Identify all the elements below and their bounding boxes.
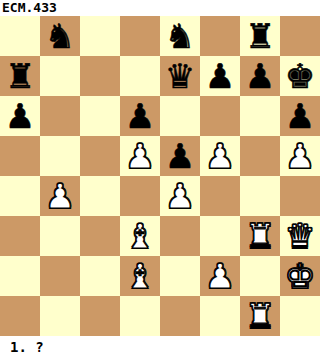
square-a4[interactable] xyxy=(0,176,40,216)
square-f4[interactable] xyxy=(200,176,240,216)
square-c1[interactable] xyxy=(80,296,120,336)
square-g7[interactable]: ♟ xyxy=(240,56,280,96)
square-c7[interactable] xyxy=(80,56,120,96)
square-a3[interactable] xyxy=(0,216,40,256)
square-b2[interactable] xyxy=(40,256,80,296)
diagram-title: ECM.433 xyxy=(0,0,320,16)
black-pawn[interactable]: ♟ xyxy=(165,136,195,176)
square-e8[interactable]: ♞ xyxy=(160,16,200,56)
square-g3[interactable]: ♜ xyxy=(240,216,280,256)
square-h1[interactable] xyxy=(280,296,320,336)
square-a7[interactable]: ♜ xyxy=(0,56,40,96)
square-b5[interactable] xyxy=(40,136,80,176)
square-a2[interactable] xyxy=(0,256,40,296)
square-d2[interactable]: ♝ xyxy=(120,256,160,296)
square-h5[interactable]: ♟ xyxy=(280,136,320,176)
square-e6[interactable] xyxy=(160,96,200,136)
square-g2[interactable] xyxy=(240,256,280,296)
square-f6[interactable] xyxy=(200,96,240,136)
white-rook[interactable]: ♜ xyxy=(245,216,275,256)
square-h3[interactable]: ♛ xyxy=(280,216,320,256)
white-pawn[interactable]: ♟ xyxy=(45,176,75,216)
square-a1[interactable] xyxy=(0,296,40,336)
square-c2[interactable] xyxy=(80,256,120,296)
black-queen[interactable]: ♛ xyxy=(165,56,195,96)
square-d3[interactable]: ♝ xyxy=(120,216,160,256)
chess-board: ♞♞♜♜♛♟♟♚♟♟♟♟♟♟♟♟♟♝♜♛♝♟♚♜ xyxy=(0,16,320,336)
square-e7[interactable]: ♛ xyxy=(160,56,200,96)
square-d6[interactable]: ♟ xyxy=(120,96,160,136)
square-d1[interactable] xyxy=(120,296,160,336)
square-b4[interactable]: ♟ xyxy=(40,176,80,216)
square-h2[interactable]: ♚ xyxy=(280,256,320,296)
square-g5[interactable] xyxy=(240,136,280,176)
black-pawn[interactable]: ♟ xyxy=(125,96,155,136)
square-c8[interactable] xyxy=(80,16,120,56)
square-a5[interactable] xyxy=(0,136,40,176)
white-pawn[interactable]: ♟ xyxy=(165,176,195,216)
square-f3[interactable] xyxy=(200,216,240,256)
square-d4[interactable] xyxy=(120,176,160,216)
square-g4[interactable] xyxy=(240,176,280,216)
square-b8[interactable]: ♞ xyxy=(40,16,80,56)
square-b6[interactable] xyxy=(40,96,80,136)
square-c4[interactable] xyxy=(80,176,120,216)
black-knight[interactable]: ♞ xyxy=(45,16,75,56)
square-f1[interactable] xyxy=(200,296,240,336)
square-b1[interactable] xyxy=(40,296,80,336)
square-g1[interactable]: ♜ xyxy=(240,296,280,336)
square-h8[interactable] xyxy=(280,16,320,56)
black-pawn[interactable]: ♟ xyxy=(285,96,315,136)
square-e4[interactable]: ♟ xyxy=(160,176,200,216)
square-h4[interactable] xyxy=(280,176,320,216)
square-e2[interactable] xyxy=(160,256,200,296)
black-rook[interactable]: ♜ xyxy=(5,56,35,96)
square-f7[interactable]: ♟ xyxy=(200,56,240,96)
square-e3[interactable] xyxy=(160,216,200,256)
square-b3[interactable] xyxy=(40,216,80,256)
square-g6[interactable] xyxy=(240,96,280,136)
square-a6[interactable]: ♟ xyxy=(0,96,40,136)
black-king[interactable]: ♚ xyxy=(285,56,315,96)
square-c6[interactable] xyxy=(80,96,120,136)
square-f8[interactable] xyxy=(200,16,240,56)
white-rook[interactable]: ♜ xyxy=(245,296,275,336)
move-prompt: 1. ? xyxy=(0,336,320,360)
square-h6[interactable]: ♟ xyxy=(280,96,320,136)
square-e5[interactable]: ♟ xyxy=(160,136,200,176)
square-b7[interactable] xyxy=(40,56,80,96)
square-d7[interactable] xyxy=(120,56,160,96)
black-knight[interactable]: ♞ xyxy=(165,16,195,56)
white-bishop[interactable]: ♝ xyxy=(125,256,155,296)
white-pawn[interactable]: ♟ xyxy=(205,136,235,176)
square-e1[interactable] xyxy=(160,296,200,336)
white-pawn[interactable]: ♟ xyxy=(285,136,315,176)
chess-diagram-app: ECM.433 ♞♞♜♜♛♟♟♚♟♟♟♟♟♟♟♟♟♝♜♛♝♟♚♜ 1. ? xyxy=(0,0,320,360)
square-c3[interactable] xyxy=(80,216,120,256)
square-d5[interactable]: ♟ xyxy=(120,136,160,176)
square-f5[interactable]: ♟ xyxy=(200,136,240,176)
white-bishop[interactable]: ♝ xyxy=(125,216,155,256)
black-pawn[interactable]: ♟ xyxy=(205,56,235,96)
square-c5[interactable] xyxy=(80,136,120,176)
white-queen[interactable]: ♛ xyxy=(285,216,315,256)
square-a8[interactable] xyxy=(0,16,40,56)
black-pawn[interactable]: ♟ xyxy=(5,96,35,136)
square-d8[interactable] xyxy=(120,16,160,56)
square-h7[interactable]: ♚ xyxy=(280,56,320,96)
white-pawn[interactable]: ♟ xyxy=(125,136,155,176)
square-g8[interactable]: ♜ xyxy=(240,16,280,56)
black-rook[interactable]: ♜ xyxy=(245,16,275,56)
white-king[interactable]: ♚ xyxy=(285,256,315,296)
black-pawn[interactable]: ♟ xyxy=(245,56,275,96)
white-pawn[interactable]: ♟ xyxy=(205,256,235,296)
square-f2[interactable]: ♟ xyxy=(200,256,240,296)
